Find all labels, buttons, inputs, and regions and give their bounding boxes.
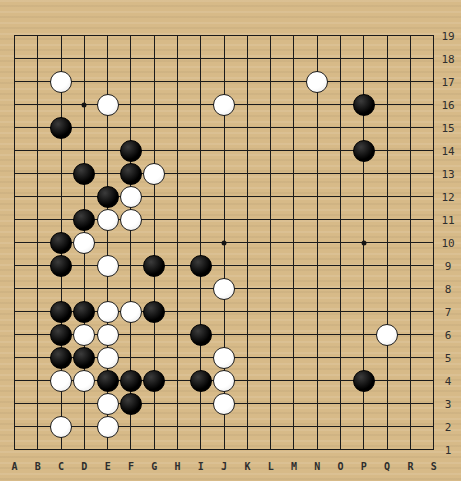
black-stone-P14 xyxy=(353,140,375,162)
white-stone-C2 xyxy=(50,416,72,438)
column-label-C: C xyxy=(52,461,70,472)
star-point-J10 xyxy=(222,240,227,245)
white-stone-D4 xyxy=(73,370,95,392)
black-stone-E4 xyxy=(97,370,119,392)
row-label-4: 4 xyxy=(436,374,460,387)
white-stone-E7 xyxy=(97,301,119,323)
row-label-6: 6 xyxy=(436,328,460,341)
row-label-3: 3 xyxy=(436,397,460,410)
black-stone-P4 xyxy=(353,370,375,392)
white-stone-G13 xyxy=(143,163,165,185)
white-stone-J8 xyxy=(213,278,235,300)
go-board-screenshot: ABCDEFGHIJKLMNOPQRS 19181716151413121110… xyxy=(0,0,461,481)
star-point-P10 xyxy=(361,240,366,245)
row-label-15: 15 xyxy=(436,121,460,134)
grid-line-vertical xyxy=(340,35,341,450)
white-stone-F12 xyxy=(120,186,142,208)
row-label-14: 14 xyxy=(436,144,460,157)
white-stone-J3 xyxy=(213,393,235,415)
column-label-A: A xyxy=(6,461,24,472)
row-label-16: 16 xyxy=(436,98,460,111)
grid-line-horizontal xyxy=(14,426,434,427)
star-point-D16 xyxy=(82,102,87,107)
white-stone-E6 xyxy=(97,324,119,346)
black-stone-C7 xyxy=(50,301,72,323)
white-stone-F7 xyxy=(120,301,142,323)
white-stone-Q6 xyxy=(376,324,398,346)
grid-line-horizontal xyxy=(14,265,434,266)
white-stone-C4 xyxy=(50,370,72,392)
row-label-18: 18 xyxy=(436,52,460,65)
row-label-7: 7 xyxy=(436,305,460,318)
grid-line-vertical xyxy=(410,35,411,450)
black-stone-P16 xyxy=(353,94,375,116)
column-label-B: B xyxy=(29,461,47,472)
grid-line-horizontal xyxy=(14,449,434,450)
black-stone-C15 xyxy=(50,117,72,139)
black-stone-G7 xyxy=(143,301,165,323)
black-stone-C10 xyxy=(50,232,72,254)
row-label-19: 19 xyxy=(436,29,460,42)
column-label-G: G xyxy=(145,461,163,472)
grid-line-vertical xyxy=(270,35,271,450)
column-label-O: O xyxy=(332,461,350,472)
white-stone-C17 xyxy=(50,71,72,93)
row-label-10: 10 xyxy=(436,236,460,249)
white-stone-D6 xyxy=(73,324,95,346)
black-stone-C9 xyxy=(50,255,72,277)
white-stone-E3 xyxy=(97,393,119,415)
row-label-12: 12 xyxy=(436,190,460,203)
row-label-5: 5 xyxy=(436,351,460,364)
column-label-L: L xyxy=(262,461,280,472)
column-label-Q: Q xyxy=(378,461,396,472)
black-stone-D7 xyxy=(73,301,95,323)
row-label-8: 8 xyxy=(436,282,460,295)
column-label-K: K xyxy=(238,461,256,472)
column-label-D: D xyxy=(75,461,93,472)
grid-line-vertical xyxy=(433,35,434,450)
column-label-P: P xyxy=(355,461,373,472)
white-stone-F11 xyxy=(120,209,142,231)
black-stone-D13 xyxy=(73,163,95,185)
black-stone-I9 xyxy=(190,255,212,277)
black-stone-F14 xyxy=(120,140,142,162)
black-stone-F4 xyxy=(120,370,142,392)
grid-line-vertical xyxy=(317,35,318,450)
white-stone-E5 xyxy=(97,347,119,369)
grid-line-vertical xyxy=(247,35,248,450)
black-stone-D5 xyxy=(73,347,95,369)
white-stone-D10 xyxy=(73,232,95,254)
grid-line-vertical xyxy=(293,35,294,450)
black-stone-E12 xyxy=(97,186,119,208)
column-label-N: N xyxy=(308,461,326,472)
column-label-H: H xyxy=(169,461,187,472)
row-label-9: 9 xyxy=(436,259,460,272)
black-stone-G9 xyxy=(143,255,165,277)
black-stone-F3 xyxy=(120,393,142,415)
row-label-2: 2 xyxy=(436,420,460,433)
row-label-13: 13 xyxy=(436,167,460,180)
column-label-R: R xyxy=(401,461,419,472)
column-label-I: I xyxy=(192,461,210,472)
white-stone-J16 xyxy=(213,94,235,116)
white-stone-N17 xyxy=(306,71,328,93)
black-stone-G4 xyxy=(143,370,165,392)
white-stone-J4 xyxy=(213,370,235,392)
row-label-17: 17 xyxy=(436,75,460,88)
column-label-F: F xyxy=(122,461,140,472)
row-label-1: 1 xyxy=(436,443,460,456)
black-stone-C5 xyxy=(50,347,72,369)
column-label-S: S xyxy=(425,461,443,472)
column-label-J: J xyxy=(215,461,233,472)
black-stone-I6 xyxy=(190,324,212,346)
column-label-M: M xyxy=(285,461,303,472)
white-stone-E16 xyxy=(97,94,119,116)
black-stone-F13 xyxy=(120,163,142,185)
column-label-E: E xyxy=(99,461,117,472)
white-stone-J5 xyxy=(213,347,235,369)
white-stone-E9 xyxy=(97,255,119,277)
black-stone-C6 xyxy=(50,324,72,346)
grid-line-vertical xyxy=(387,35,388,450)
white-stone-E2 xyxy=(97,416,119,438)
black-stone-I4 xyxy=(190,370,212,392)
black-stone-D11 xyxy=(73,209,95,231)
row-label-11: 11 xyxy=(436,213,460,226)
white-stone-E11 xyxy=(97,209,119,231)
